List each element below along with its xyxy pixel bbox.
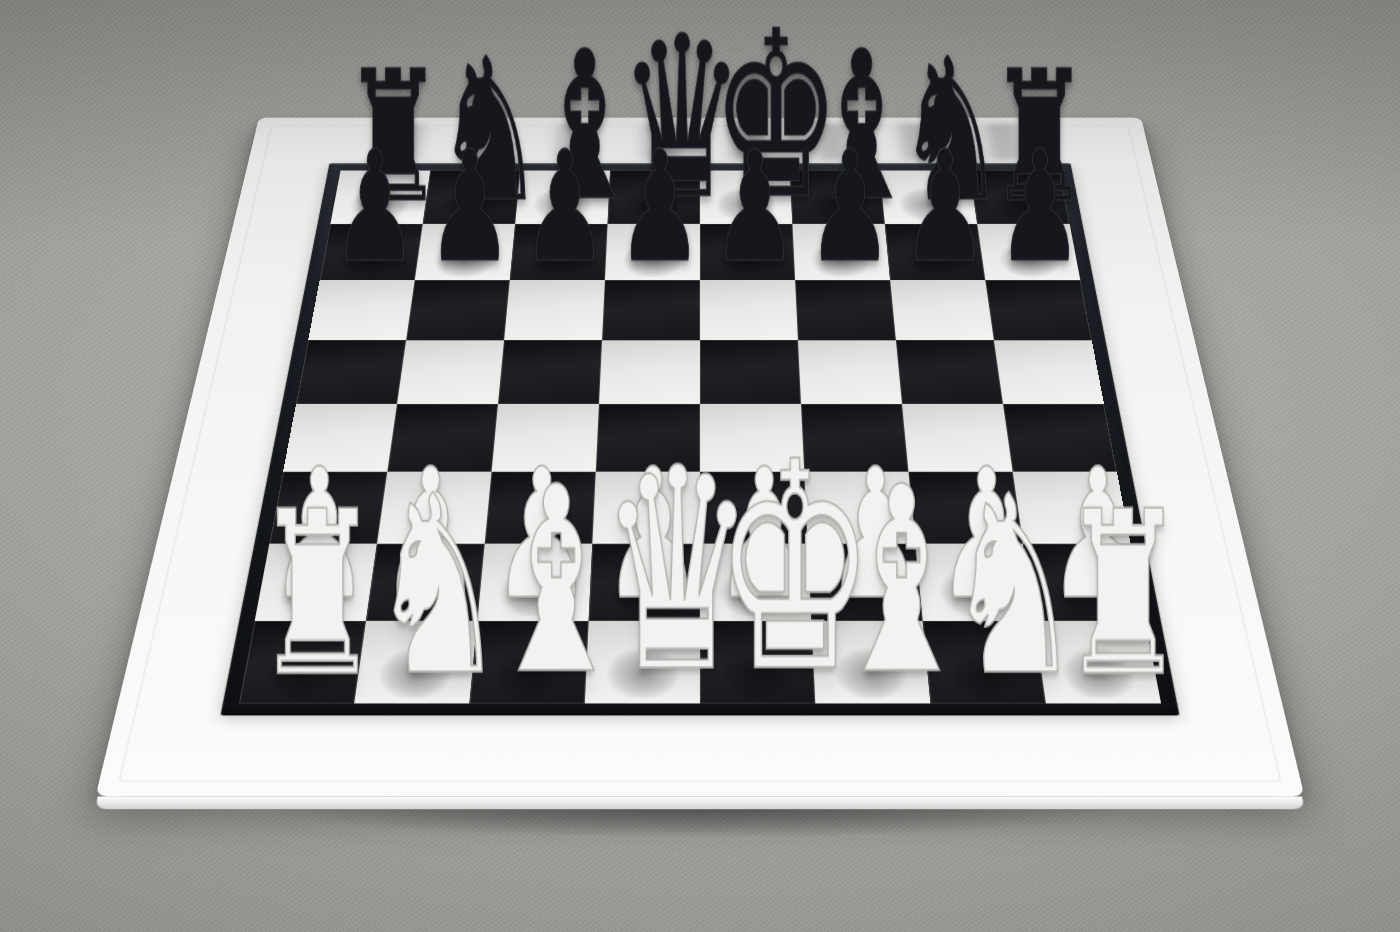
- square-b6[interactable]: [406, 280, 510, 340]
- square-g6[interactable]: [890, 280, 994, 340]
- square-c7[interactable]: ♟: [510, 224, 608, 281]
- piece-black-pawn-a7[interactable]: ♟: [332, 137, 403, 278]
- square-e6[interactable]: [700, 280, 798, 340]
- square-c1[interactable]: ♝: [469, 621, 588, 704]
- square-d5[interactable]: [599, 340, 700, 404]
- square-g5[interactable]: [896, 340, 1003, 404]
- piece-white-rook-a1[interactable]: ♜: [254, 491, 340, 700]
- scene: ♜♞♝♛♚♝♞♜♟♟♟♟♟♟♟♟♟♟♟♟♟♟♟♟♜♞♝♛♚♝♞♜: [0, 0, 1400, 932]
- square-d7[interactable]: ♟: [605, 224, 700, 281]
- piece-black-pawn-b7[interactable]: ♟: [427, 137, 498, 278]
- square-b5[interactable]: [397, 340, 504, 404]
- square-h5[interactable]: [994, 340, 1104, 404]
- square-g7[interactable]: ♟: [885, 224, 985, 281]
- square-f5[interactable]: [798, 340, 902, 404]
- chess-board: ♜♞♝♛♚♝♞♜♟♟♟♟♟♟♟♟♟♟♟♟♟♟♟♟♜♞♝♛♚♝♞♜: [95, 118, 1304, 797]
- square-h6[interactable]: [985, 280, 1092, 340]
- square-c5[interactable]: [498, 340, 602, 404]
- piece-black-pawn-g7[interactable]: ♟: [902, 137, 973, 278]
- piece-white-king-e1[interactable]: ♚: [714, 436, 800, 700]
- piece-white-bishop-c1[interactable]: ♝: [484, 464, 570, 701]
- playfield-trim: ♜♞♝♛♚♝♞♜♟♟♟♟♟♟♟♟♟♟♟♟♟♟♟♟♜♞♝♛♚♝♞♜: [221, 163, 1180, 715]
- square-d6[interactable]: [602, 280, 700, 340]
- square-a6[interactable]: [308, 280, 415, 340]
- square-h7[interactable]: ♟: [977, 224, 1080, 281]
- square-e5[interactable]: [700, 340, 801, 404]
- piece-black-pawn-f7[interactable]: ♟: [807, 137, 878, 278]
- square-a7[interactable]: ♟: [320, 224, 423, 281]
- square-e7[interactable]: ♟: [700, 224, 795, 281]
- square-f7[interactable]: ♟: [792, 224, 890, 281]
- piece-white-knight-b1[interactable]: ♞: [369, 474, 455, 700]
- piece-black-pawn-e7[interactable]: ♟: [712, 137, 783, 278]
- square-c6[interactable]: [504, 280, 605, 340]
- piece-black-pawn-d7[interactable]: ♟: [617, 137, 688, 278]
- piece-white-rook-h1[interactable]: ♜: [1060, 491, 1146, 700]
- square-f6[interactable]: [795, 280, 896, 340]
- square-b7[interactable]: ♟: [415, 224, 515, 281]
- square-a1[interactable]: ♜: [239, 621, 366, 704]
- square-e1[interactable]: ♚: [700, 621, 815, 704]
- piece-black-pawn-h7[interactable]: ♟: [997, 137, 1068, 278]
- piece-black-pawn-c7[interactable]: ♟: [522, 137, 593, 278]
- square-a5[interactable]: [296, 340, 406, 404]
